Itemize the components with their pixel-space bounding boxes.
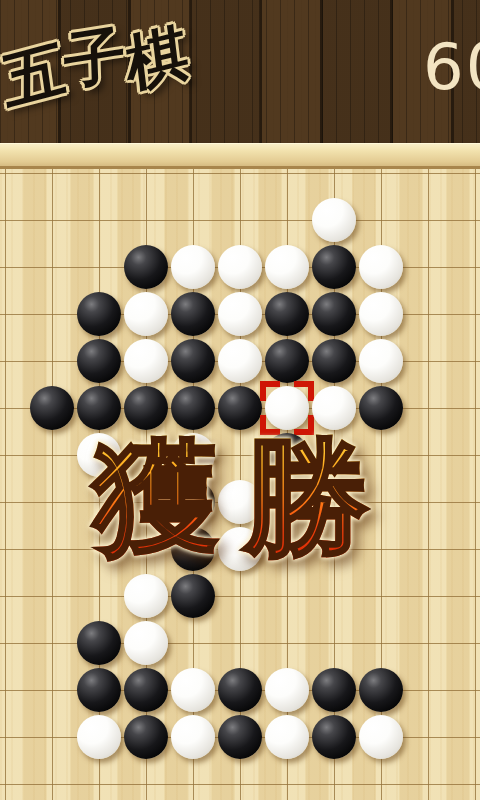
- black-stone: ●: [359, 386, 403, 430]
- board-divider: [0, 143, 480, 169]
- grid-hline: [0, 784, 480, 785]
- white-stone: ○: [171, 245, 215, 289]
- grid-hline: [0, 643, 480, 644]
- grid-hline: [0, 455, 480, 456]
- black-stone: ●: [124, 668, 168, 712]
- grid-vline: [52, 169, 53, 800]
- white-stone: ○: [265, 715, 309, 759]
- white-stone: ○: [218, 527, 262, 571]
- logo-char: 棋: [121, 5, 193, 112]
- white-stone: ○: [218, 245, 262, 289]
- black-stone: ●: [218, 386, 262, 430]
- black-stone: ●: [171, 574, 215, 618]
- black-stone: ●: [312, 715, 356, 759]
- white-stone: ○: [265, 245, 309, 289]
- white-stone: ○: [124, 621, 168, 665]
- black-stone: ●: [312, 339, 356, 383]
- black-stone: ●: [218, 715, 262, 759]
- logo-char: 五: [0, 21, 71, 128]
- grid-vline: [475, 169, 476, 800]
- black-stone: ●: [171, 480, 215, 524]
- black-stone: ●: [171, 292, 215, 336]
- black-stone: ●: [171, 386, 215, 430]
- white-stone: ○: [359, 245, 403, 289]
- white-stone: ○: [77, 715, 121, 759]
- header: 五 子 棋 60: [0, 0, 480, 143]
- timer-label: 60: [423, 30, 480, 104]
- black-stone: ●: [124, 245, 168, 289]
- grid-hline: [0, 220, 480, 221]
- black-stone: ●: [124, 715, 168, 759]
- black-stone: ●: [265, 433, 309, 477]
- game-logo: 五 子 棋: [2, 6, 189, 119]
- game-board[interactable]: ○●○○○●○●○●○●●○●○●○●●○●●●●●○○●○○●●○●○○●●○…: [0, 169, 480, 800]
- grid-vline: [5, 169, 6, 800]
- white-stone: ○: [359, 292, 403, 336]
- black-stone: ●: [77, 292, 121, 336]
- grid-hline: [0, 173, 480, 174]
- white-stone: ○: [171, 668, 215, 712]
- white-stone: ○: [312, 386, 356, 430]
- black-stone: ●: [218, 668, 262, 712]
- white-stone: ○: [124, 339, 168, 383]
- black-stone: ●: [312, 245, 356, 289]
- black-stone: ●: [77, 339, 121, 383]
- black-stone: ●: [77, 386, 121, 430]
- black-stone: ●: [171, 527, 215, 571]
- black-stone: ●: [124, 386, 168, 430]
- black-stone: ●: [30, 386, 74, 430]
- white-stone: ○: [265, 386, 309, 430]
- white-stone: ○: [265, 668, 309, 712]
- white-stone: ○: [77, 433, 121, 477]
- white-stone: ○: [359, 715, 403, 759]
- black-stone: ●: [359, 668, 403, 712]
- black-stone: ●: [77, 621, 121, 665]
- black-stone: ●: [312, 292, 356, 336]
- black-stone: ●: [171, 339, 215, 383]
- grid-vline: [428, 169, 429, 800]
- black-stone: ●: [77, 668, 121, 712]
- white-stone: ○: [218, 480, 262, 524]
- black-stone: ●: [265, 339, 309, 383]
- white-stone: ○: [359, 339, 403, 383]
- white-stone: ○: [218, 339, 262, 383]
- white-stone: ○: [171, 715, 215, 759]
- white-stone: ○: [124, 292, 168, 336]
- white-stone: ○: [171, 433, 215, 477]
- white-stone: ○: [312, 198, 356, 242]
- logo-char: 子: [62, 6, 127, 109]
- black-stone: ●: [265, 292, 309, 336]
- black-stone: ●: [312, 668, 356, 712]
- white-stone: ○: [218, 292, 262, 336]
- white-stone: ○: [124, 574, 168, 618]
- grid-hline: [0, 596, 480, 597]
